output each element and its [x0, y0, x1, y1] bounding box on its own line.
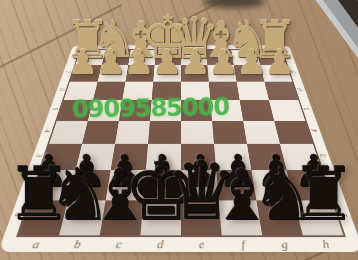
- file-label-bottom-e: e: [192, 238, 212, 250]
- piece-black-rook-h1[interactable]: ♜: [290, 157, 356, 231]
- piece-white-pawn-h7[interactable]: ♟: [264, 44, 295, 78]
- scene: aabbccddeeffgghh1122334455667788 0909585…: [0, 0, 358, 260]
- piece-white-pawn-b7[interactable]: ♟: [95, 44, 126, 78]
- square-h4[interactable]: [274, 121, 313, 144]
- piece-white-pawn-f7[interactable]: ♟: [208, 44, 239, 78]
- file-label-bottom-a: a: [25, 238, 48, 250]
- watermark-phone-text: 0909585000: [72, 93, 229, 124]
- piece-white-pawn-a7[interactable]: ♟: [67, 44, 98, 78]
- piece-white-pawn-d7[interactable]: ♟: [152, 44, 183, 78]
- piece-white-pawn-c7[interactable]: ♟: [123, 44, 154, 78]
- square-f4[interactable]: [212, 121, 247, 144]
- piece-white-pawn-e7[interactable]: ♟: [180, 44, 211, 78]
- file-label-bottom-g: g: [273, 238, 295, 250]
- square-h6[interactable]: [264, 81, 298, 100]
- rank-label-right-5: 5: [301, 105, 311, 112]
- rank-label-right-4: 4: [309, 127, 320, 135]
- file-label-bottom-b: b: [66, 238, 88, 250]
- file-label-bottom-h: h: [314, 238, 337, 250]
- rank-label-right-6: 6: [295, 86, 305, 93]
- square-h5[interactable]: [269, 100, 305, 121]
- square-b4[interactable]: [82, 121, 119, 144]
- piece-white-pawn-g7[interactable]: ♟: [236, 44, 267, 78]
- file-label-bottom-f: f: [233, 238, 254, 250]
- file-label-bottom-c: c: [108, 238, 129, 250]
- file-label-bottom-d: d: [150, 238, 170, 250]
